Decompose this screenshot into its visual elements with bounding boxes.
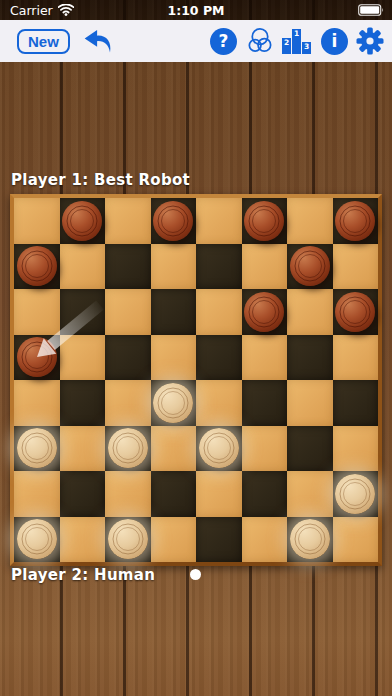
square-r1c5 [242, 244, 288, 290]
square-r7c4[interactable] [196, 517, 242, 563]
red-checker-piece[interactable] [17, 337, 57, 377]
red-checker-piece[interactable] [335, 292, 375, 332]
square-r3c6[interactable] [287, 335, 333, 381]
red-checker-piece[interactable] [62, 201, 102, 241]
podium-bar-1: 1 [292, 29, 301, 54]
undo-icon[interactable] [82, 28, 114, 55]
info-button[interactable]: i [321, 28, 348, 55]
red-checker-piece[interactable] [290, 246, 330, 286]
board-grid [14, 198, 378, 562]
square-r2c1[interactable] [60, 289, 106, 335]
square-r0c5[interactable] [242, 198, 288, 244]
square-r0c1[interactable] [60, 198, 106, 244]
clock: 1:10 PM [0, 3, 392, 18]
square-r1c1 [60, 244, 106, 290]
square-r1c3 [151, 244, 197, 290]
square-r7c3 [151, 517, 197, 563]
square-r3c4[interactable] [196, 335, 242, 381]
square-r4c0 [14, 380, 60, 426]
status-bar: Carrier 1:10 PM [0, 0, 392, 20]
square-r3c7 [333, 335, 379, 381]
white-checker-piece[interactable] [108, 428, 148, 468]
square-r4c5[interactable] [242, 380, 288, 426]
white-checker-piece[interactable] [17, 519, 57, 559]
help-button[interactable]: ? [210, 28, 237, 55]
square-r3c1 [60, 335, 106, 381]
podium-bar-2: 2 [282, 38, 291, 54]
square-r0c0 [14, 198, 60, 244]
square-r2c4 [196, 289, 242, 335]
square-r3c0[interactable] [14, 335, 60, 381]
help-glyph: ? [219, 31, 229, 51]
red-checker-piece[interactable] [335, 201, 375, 241]
square-r5c7 [333, 426, 379, 472]
white-checker-piece[interactable] [108, 519, 148, 559]
square-r5c3 [151, 426, 197, 472]
red-checker-piece[interactable] [244, 201, 284, 241]
square-r5c0[interactable] [14, 426, 60, 472]
square-r4c3[interactable] [151, 380, 197, 426]
white-checker-piece[interactable] [290, 519, 330, 559]
leaderboard-button[interactable]: 2 1 3 [282, 29, 313, 54]
podium-bar-3: 3 [302, 42, 311, 54]
toolbar: New ? 2 1 3 i [0, 20, 392, 62]
square-r7c5 [242, 517, 288, 563]
square-r5c4[interactable] [196, 426, 242, 472]
turn-indicator-dot [190, 569, 201, 580]
square-r3c2[interactable] [105, 335, 151, 381]
square-r6c0 [14, 471, 60, 517]
square-r1c0[interactable] [14, 244, 60, 290]
square-r6c5[interactable] [242, 471, 288, 517]
red-checker-piece[interactable] [153, 201, 193, 241]
square-r1c6[interactable] [287, 244, 333, 290]
square-r4c2 [105, 380, 151, 426]
new-game-button[interactable]: New [17, 29, 70, 54]
square-r7c2[interactable] [105, 517, 151, 563]
square-r2c6 [287, 289, 333, 335]
square-r5c2[interactable] [105, 426, 151, 472]
square-r7c0[interactable] [14, 517, 60, 563]
red-checker-piece[interactable] [17, 246, 57, 286]
square-r6c3[interactable] [151, 471, 197, 517]
white-checker-piece[interactable] [199, 428, 239, 468]
game-variants-button[interactable] [245, 27, 274, 56]
square-r6c7[interactable] [333, 471, 379, 517]
square-r4c4 [196, 380, 242, 426]
checkers-board [10, 194, 382, 566]
square-r4c6 [287, 380, 333, 426]
square-r0c4 [196, 198, 242, 244]
square-r0c7[interactable] [333, 198, 379, 244]
square-r5c1 [60, 426, 106, 472]
square-r5c6[interactable] [287, 426, 333, 472]
square-r6c4 [196, 471, 242, 517]
square-r2c5[interactable] [242, 289, 288, 335]
square-r4c1[interactable] [60, 380, 106, 426]
square-r1c2[interactable] [105, 244, 151, 290]
square-r1c4[interactable] [196, 244, 242, 290]
white-checker-piece[interactable] [335, 474, 375, 514]
square-r1c7 [333, 244, 379, 290]
square-r0c3[interactable] [151, 198, 197, 244]
player2-label: Player 2: Human [11, 566, 155, 584]
square-r7c7 [333, 517, 379, 563]
square-r6c1[interactable] [60, 471, 106, 517]
square-r0c6 [287, 198, 333, 244]
square-r2c3[interactable] [151, 289, 197, 335]
white-checker-piece[interactable] [17, 428, 57, 468]
square-r2c0 [14, 289, 60, 335]
square-r7c1 [60, 517, 106, 563]
info-glyph: i [332, 31, 338, 51]
red-checker-piece[interactable] [244, 292, 284, 332]
square-r5c5 [242, 426, 288, 472]
settings-gear-icon[interactable] [356, 27, 384, 55]
square-r2c7[interactable] [333, 289, 379, 335]
square-r6c6 [287, 471, 333, 517]
square-r4c7[interactable] [333, 380, 379, 426]
square-r0c2 [105, 198, 151, 244]
white-checker-piece[interactable] [153, 383, 193, 423]
square-r2c2 [105, 289, 151, 335]
square-r3c3 [151, 335, 197, 381]
square-r3c5 [242, 335, 288, 381]
player1-label: Player 1: Best Robot [11, 171, 190, 189]
square-r6c2 [105, 471, 151, 517]
square-r7c6[interactable] [287, 517, 333, 563]
